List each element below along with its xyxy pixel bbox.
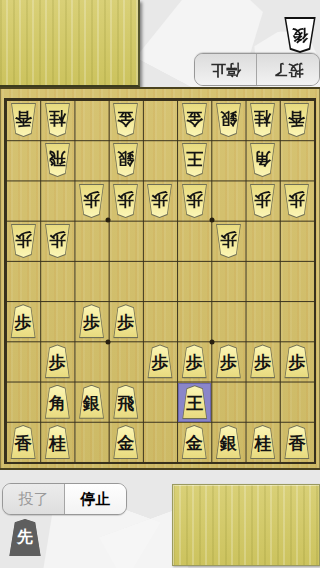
- piece-kanji: 飛: [117, 392, 134, 412]
- board-cell[interactable]: [74, 341, 108, 381]
- shogi-piece[interactable]: 歩: [249, 184, 276, 218]
- piece-kanji: 金: [186, 432, 203, 452]
- shogi-piece[interactable]: 飛: [44, 143, 71, 177]
- shogi-piece[interactable]: 歩: [78, 184, 105, 218]
- piece-face: 銀: [113, 144, 138, 176]
- board-cell[interactable]: 金: [109, 100, 143, 140]
- board-cell[interactable]: [40, 180, 74, 220]
- board-cell[interactable]: 歩: [177, 180, 211, 220]
- piece-face: 歩: [45, 345, 70, 377]
- board-cell[interactable]: 桂: [40, 422, 74, 462]
- shogi-piece[interactable]: 歩: [146, 184, 173, 218]
- piece-face: 銀: [79, 386, 104, 418]
- board-cell[interactable]: 飛: [40, 140, 74, 180]
- sente-captured-tray: [172, 484, 320, 566]
- shogi-piece[interactable]: 歩: [249, 344, 276, 378]
- board-cell[interactable]: 金: [177, 100, 211, 140]
- gote-captured-tray: [0, 0, 140, 87]
- shogi-piece[interactable]: 桂: [249, 103, 276, 137]
- board-cell[interactable]: [109, 221, 143, 261]
- piece-kanji: 歩: [117, 311, 134, 331]
- board-cell[interactable]: [246, 261, 280, 301]
- shogi-piece[interactable]: 歩: [44, 344, 71, 378]
- board-cell[interactable]: 歩: [6, 301, 40, 341]
- piece-kanji: 桂: [254, 110, 271, 130]
- piece-face: 銀: [216, 104, 241, 136]
- board-cell[interactable]: 銀: [211, 100, 245, 140]
- board-cell[interactable]: [74, 422, 108, 462]
- piece-face: 歩: [250, 345, 275, 377]
- board-cell[interactable]: [6, 341, 40, 381]
- shogi-piece[interactable]: 角: [249, 143, 276, 177]
- board-cell[interactable]: [280, 301, 314, 341]
- board-cell[interactable]: 角: [246, 140, 280, 180]
- star-point: [105, 217, 110, 222]
- board-cell[interactable]: [177, 301, 211, 341]
- shogi-board: 香桂金金銀桂香飛銀王角歩歩歩歩歩歩歩歩歩歩歩歩歩歩歩歩歩歩角銀飛王香桂金金銀桂香: [0, 87, 320, 470]
- shogi-piece[interactable]: 角: [44, 385, 71, 419]
- board-cell[interactable]: [246, 301, 280, 341]
- shogi-piece[interactable]: 歩: [181, 184, 208, 218]
- piece-kanji: 歩: [254, 191, 271, 211]
- board-cell[interactable]: [143, 221, 177, 261]
- piece-face: 桂: [250, 426, 275, 458]
- board-cell[interactable]: 歩: [143, 180, 177, 220]
- resign-button[interactable]: 投了: [3, 484, 64, 514]
- shogi-piece[interactable]: 桂: [44, 425, 71, 459]
- board-cell[interactable]: 香: [6, 100, 40, 140]
- piece-kanji: 歩: [151, 191, 168, 211]
- piece-face: 桂: [250, 104, 275, 136]
- sente-badge: 先: [8, 519, 42, 556]
- piece-face: 歩: [79, 305, 104, 337]
- piece-kanji: 銀: [220, 432, 237, 452]
- board-cell[interactable]: [143, 100, 177, 140]
- piece-face: 角: [250, 144, 275, 176]
- piece-face: 歩: [45, 225, 70, 257]
- shogi-piece[interactable]: 金: [181, 425, 208, 459]
- piece-kanji: 金: [117, 110, 134, 130]
- shogi-piece[interactable]: 銀: [112, 143, 139, 177]
- piece-kanji: 王: [186, 150, 203, 170]
- shogi-piece[interactable]: 歩: [283, 344, 310, 378]
- piece-kanji: 香: [288, 432, 305, 452]
- piece-face: 歩: [11, 305, 36, 337]
- shogi-app-screen: 後 投了 停止 香桂金金銀桂香飛銀王角歩歩歩歩歩歩歩歩歩歩歩歩歩歩歩歩歩歩角銀飛…: [0, 0, 320, 568]
- shogi-piece[interactable]: 歩: [78, 304, 105, 338]
- board-cell[interactable]: 香: [6, 422, 40, 462]
- board-cell[interactable]: 歩: [280, 341, 314, 381]
- board-cell[interactable]: [74, 100, 108, 140]
- board-grid: 香桂金金銀桂香飛銀王角歩歩歩歩歩歩歩歩歩歩歩歩歩歩歩歩歩歩角銀飛王香桂金金銀桂香: [4, 98, 316, 464]
- piece-face: 飛: [45, 144, 70, 176]
- piece-kanji: 金: [117, 432, 134, 452]
- shogi-piece[interactable]: 歩: [215, 224, 242, 258]
- sente-controls: 投了 停止: [2, 483, 127, 515]
- piece-face: 歩: [216, 225, 241, 257]
- board-cell[interactable]: 桂: [246, 100, 280, 140]
- board-cell[interactable]: 歩: [177, 341, 211, 381]
- board-cell[interactable]: [177, 221, 211, 261]
- board-cell[interactable]: 王: [178, 383, 211, 422]
- piece-face: 歩: [284, 345, 309, 377]
- piece-kanji: 金: [186, 110, 203, 130]
- piece-face: 銀: [216, 426, 241, 458]
- shogi-piece[interactable]: 王: [181, 385, 208, 419]
- gote-stop-button[interactable]: 停止: [195, 54, 258, 85]
- shogi-piece[interactable]: 歩: [44, 224, 71, 258]
- board-cell[interactable]: 銀: [74, 382, 108, 422]
- board-cell[interactable]: 歩: [109, 301, 143, 341]
- board-cell[interactable]: [143, 140, 177, 180]
- shogi-piece[interactable]: 歩: [283, 184, 310, 218]
- board-cell[interactable]: 歩: [211, 221, 245, 261]
- star-point: [105, 340, 110, 345]
- piece-face: 角: [45, 386, 70, 418]
- board-cell[interactable]: 角: [40, 382, 74, 422]
- board-cell[interactable]: 歩: [211, 341, 245, 381]
- piece-kanji: 歩: [288, 351, 305, 371]
- piece-kanji: 香: [288, 110, 305, 130]
- shogi-piece[interactable]: 金: [112, 425, 139, 459]
- board-cell[interactable]: 飛: [109, 382, 143, 422]
- piece-kanji: 歩: [254, 351, 271, 371]
- shogi-piece[interactable]: 銀: [78, 385, 105, 419]
- board-cell[interactable]: [211, 301, 245, 341]
- board-cell[interactable]: 歩: [246, 341, 280, 381]
- gote-controls: 投了 停止: [194, 53, 320, 86]
- board-cell[interactable]: [177, 261, 211, 301]
- board-cell[interactable]: 金: [177, 422, 211, 462]
- piece-kanji: 香: [15, 432, 32, 452]
- piece-face: 桂: [45, 104, 70, 136]
- shogi-piece[interactable]: 銀: [215, 425, 242, 459]
- board-cell[interactable]: 銀: [109, 140, 143, 180]
- board-cell[interactable]: [109, 261, 143, 301]
- board-cell[interactable]: [211, 261, 245, 301]
- board-cell[interactable]: [211, 382, 245, 422]
- board-cell[interactable]: 歩: [143, 341, 177, 381]
- board-cell[interactable]: [246, 382, 280, 422]
- shogi-piece[interactable]: 香: [283, 103, 310, 137]
- piece-face: 歩: [182, 345, 207, 377]
- board-cell[interactable]: [280, 261, 314, 301]
- board-cell[interactable]: [280, 382, 314, 422]
- shogi-piece[interactable]: 歩: [215, 344, 242, 378]
- piece-kanji: 歩: [49, 231, 66, 251]
- shogi-piece[interactable]: 歩: [10, 224, 37, 258]
- piece-kanji: 歩: [117, 191, 134, 211]
- board-cell[interactable]: 歩: [280, 180, 314, 220]
- board-cell[interactable]: [40, 261, 74, 301]
- board-cell[interactable]: 金: [109, 422, 143, 462]
- shogi-piece[interactable]: 香: [283, 425, 310, 459]
- gote-badge-label: 後: [285, 19, 315, 51]
- piece-face: 王: [182, 386, 207, 418]
- shogi-piece[interactable]: 香: [10, 103, 37, 137]
- board-cell[interactable]: 歩: [109, 180, 143, 220]
- board-cell[interactable]: 歩: [246, 180, 280, 220]
- piece-kanji: 桂: [49, 432, 66, 452]
- sente-badge-label: 先: [8, 519, 42, 556]
- shogi-piece[interactable]: 歩: [146, 344, 173, 378]
- star-point: [210, 217, 215, 222]
- piece-face: 香: [284, 426, 309, 458]
- board-cell[interactable]: 歩: [40, 221, 74, 261]
- board-cell[interactable]: [74, 221, 108, 261]
- shogi-piece[interactable]: 桂: [249, 425, 276, 459]
- board-cell[interactable]: [280, 140, 314, 180]
- board-cell[interactable]: [6, 140, 40, 180]
- piece-kanji: 銀: [83, 392, 100, 412]
- piece-kanji: 歩: [220, 231, 237, 251]
- gote-resign-button[interactable]: 投了: [258, 54, 320, 85]
- board-cell[interactable]: 桂: [40, 100, 74, 140]
- shogi-piece[interactable]: 飛: [112, 385, 139, 419]
- piece-kanji: 歩: [186, 351, 203, 371]
- stop-button[interactable]: 停止: [64, 484, 126, 514]
- piece-face: 歩: [250, 185, 275, 217]
- piece-face: 金: [113, 104, 138, 136]
- piece-face: 歩: [113, 305, 138, 337]
- piece-kanji: 王: [186, 392, 203, 412]
- piece-kanji: 歩: [83, 311, 100, 331]
- board-cell[interactable]: [280, 221, 314, 261]
- piece-kanji: 香: [15, 110, 32, 130]
- board-cell[interactable]: [6, 382, 40, 422]
- board-cell[interactable]: [109, 341, 143, 381]
- piece-face: 香: [11, 426, 36, 458]
- board-cell[interactable]: [74, 261, 108, 301]
- shogi-piece[interactable]: 歩: [112, 184, 139, 218]
- piece-kanji: 銀: [117, 150, 134, 170]
- piece-face: 飛: [113, 386, 138, 418]
- board-cell[interactable]: 香: [280, 422, 314, 462]
- piece-face: 歩: [147, 345, 172, 377]
- piece-face: 金: [113, 426, 138, 458]
- board-cell[interactable]: [211, 180, 245, 220]
- shogi-piece[interactable]: 歩: [112, 304, 139, 338]
- board-cell[interactable]: [143, 301, 177, 341]
- piece-kanji: 歩: [15, 231, 32, 251]
- shogi-piece[interactable]: 王: [181, 143, 208, 177]
- board-cell[interactable]: 王: [177, 140, 211, 180]
- piece-face: 王: [182, 144, 207, 176]
- board-cell[interactable]: 歩: [40, 341, 74, 381]
- shogi-piece[interactable]: 香: [10, 425, 37, 459]
- shogi-piece[interactable]: 金: [112, 103, 139, 137]
- board-cell[interactable]: [143, 422, 177, 462]
- shogi-piece[interactable]: 銀: [215, 103, 242, 137]
- board-cell[interactable]: 歩: [6, 221, 40, 261]
- piece-kanji: 歩: [83, 191, 100, 211]
- board-cell[interactable]: 桂: [246, 422, 280, 462]
- shogi-piece[interactable]: 桂: [44, 103, 71, 137]
- piece-kanji: 歩: [186, 191, 203, 211]
- shogi-piece[interactable]: 歩: [10, 304, 37, 338]
- piece-kanji: 銀: [220, 110, 237, 130]
- piece-kanji: 歩: [151, 351, 168, 371]
- piece-kanji: 歩: [220, 351, 237, 371]
- piece-kanji: 歩: [49, 351, 66, 371]
- piece-face: 金: [182, 104, 207, 136]
- board-cell[interactable]: [143, 382, 177, 422]
- board-cell[interactable]: [40, 301, 74, 341]
- board-cell[interactable]: [6, 180, 40, 220]
- board-cell[interactable]: [246, 221, 280, 261]
- piece-face: 歩: [216, 345, 241, 377]
- board-cell[interactable]: 歩: [74, 180, 108, 220]
- board-cell[interactable]: 香: [280, 100, 314, 140]
- board-cell[interactable]: 歩: [74, 301, 108, 341]
- board-cell[interactable]: [74, 140, 108, 180]
- piece-kanji: 歩: [15, 311, 32, 331]
- star-point: [210, 340, 215, 345]
- shogi-piece[interactable]: 歩: [181, 344, 208, 378]
- board-cell[interactable]: [6, 261, 40, 301]
- piece-kanji: 桂: [49, 110, 66, 130]
- board-cell[interactable]: [211, 140, 245, 180]
- piece-face: 金: [182, 426, 207, 458]
- piece-kanji: 飛: [49, 150, 66, 170]
- piece-kanji: 角: [49, 392, 66, 412]
- piece-kanji: 歩: [288, 191, 305, 211]
- piece-kanji: 桂: [254, 432, 271, 452]
- board-cell[interactable]: 銀: [211, 422, 245, 462]
- shogi-piece[interactable]: 金: [181, 103, 208, 137]
- piece-face: 歩: [79, 185, 104, 217]
- piece-face: 桂: [45, 426, 70, 458]
- board-cell[interactable]: [143, 261, 177, 301]
- piece-kanji: 角: [254, 150, 271, 170]
